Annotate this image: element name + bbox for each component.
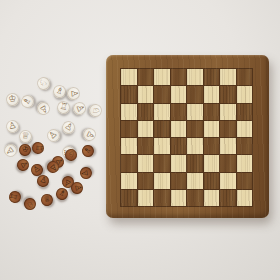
white-pawn-disc[interactable]: ♙ [1,141,19,159]
pawn-engraving-icon: ♙ [38,103,49,115]
brown-pawn-disc[interactable]: ♙ [79,166,93,180]
square-d1[interactable] [171,190,187,206]
pawn-engraving-icon: ♙ [48,162,59,173]
square-h5[interactable] [237,121,253,137]
pawn-engraving-icon: ♙ [18,160,29,170]
square-e8[interactable] [187,69,203,85]
square-c5[interactable] [154,121,170,137]
square-b4[interactable] [138,138,154,154]
square-f4[interactable] [204,138,220,154]
pawn-engraving-icon: ♙ [69,89,79,98]
pawn-engraving-icon: ♙ [73,184,82,192]
white-pawn-disc[interactable]: ♙ [80,125,97,142]
pawn-engraving-icon: ♙ [39,176,48,186]
queen-engraving-icon: ♕ [42,195,51,205]
square-g5[interactable] [220,121,236,137]
square-b5[interactable] [138,121,154,137]
square-f8[interactable] [204,69,220,85]
square-d4[interactable] [171,138,187,154]
brown-rook-disc[interactable]: ♖ [8,190,23,205]
square-c4[interactable] [154,138,170,154]
square-a6[interactable] [121,104,137,120]
brown-pawn-disc[interactable]: ♙ [15,157,31,173]
pawn-engraving-icon: ♙ [62,121,73,133]
square-b2[interactable] [138,173,154,189]
square-a2[interactable] [121,173,137,189]
square-g4[interactable] [220,138,236,154]
square-a7[interactable] [121,86,137,102]
square-g7[interactable] [220,86,236,102]
square-b6[interactable] [138,104,154,120]
square-c1[interactable] [154,190,170,206]
square-f2[interactable] [204,173,220,189]
square-h4[interactable] [237,138,253,154]
square-b1[interactable] [138,190,154,206]
pawn-engraving-icon: ♙ [31,164,41,175]
square-f6[interactable] [204,104,220,120]
square-g8[interactable] [220,69,236,85]
bishop-engraving-icon: ♗ [57,188,67,198]
white-queen-disc[interactable]: ♕ [18,129,32,143]
square-h1[interactable] [237,190,253,206]
white-pawn-disc[interactable]: ♙ [34,99,52,117]
square-f7[interactable] [204,86,220,102]
square-d5[interactable] [171,121,187,137]
square-a1[interactable] [121,190,137,206]
square-h3[interactable] [237,155,253,171]
pawn-engraving-icon: ♙ [4,144,16,156]
queen-engraving-icon: ♕ [21,131,30,141]
square-e1[interactable] [187,190,203,206]
brown-bishop-disc[interactable]: ♗ [80,143,97,160]
king-engraving-icon: ♔ [21,145,29,154]
square-g3[interactable] [220,155,236,171]
square-a4[interactable] [121,138,137,154]
square-e2[interactable] [187,173,203,189]
square-e6[interactable] [187,104,203,120]
square-h8[interactable] [237,69,253,85]
knight-engraving-icon: ♘ [90,105,100,115]
square-b3[interactable] [138,155,154,171]
square-d6[interactable] [171,104,187,120]
square-c7[interactable] [154,86,170,102]
brown-pawn-disc[interactable]: ♙ [70,181,84,195]
bishop-engraving-icon: ♗ [54,85,64,96]
square-a5[interactable] [121,121,137,137]
square-d2[interactable] [171,173,187,189]
photo-scene: ♘♗♙♔♗♖♙♙♘♙♙♙♕♙♙♖♖♔♗♘♙♙♙♙♙♙♙♙♗♖♕♘ [0,0,280,280]
square-h2[interactable] [237,173,253,189]
board-grid [120,68,253,207]
white-pawn-disc[interactable]: ♙ [66,86,80,100]
square-c6[interactable] [154,104,170,120]
brown-king-disc[interactable]: ♔ [18,143,32,157]
square-b8[interactable] [138,69,154,85]
square-d8[interactable] [171,69,187,85]
square-e3[interactable] [187,155,203,171]
square-c2[interactable] [154,173,170,189]
square-d3[interactable] [171,155,187,171]
chess-board [106,55,269,218]
white-king-disc[interactable]: ♔ [5,92,20,107]
king-engraving-icon: ♔ [7,93,16,103]
square-c3[interactable] [154,155,170,171]
bishop-engraving-icon: ♗ [82,145,93,155]
brown-rook-disc[interactable]: ♖ [31,141,44,154]
white-bishop-disc[interactable]: ♗ [51,83,67,99]
square-g6[interactable] [220,104,236,120]
brown-pawn-disc[interactable]: ♙ [36,174,51,189]
brown-queen-disc[interactable]: ♕ [39,192,54,207]
pawn-engraving-icon: ♙ [84,129,96,140]
square-c8[interactable] [154,69,170,85]
knight-engraving-icon: ♘ [26,200,34,209]
pawn-engraving-icon: ♙ [47,129,59,141]
knight-engraving-icon: ♘ [66,149,77,160]
pawn-engraving-icon: ♙ [74,102,85,113]
square-f3[interactable] [204,155,220,171]
white-pawn-disc[interactable]: ♙ [59,118,77,136]
white-pawn-disc[interactable]: ♙ [4,118,19,133]
square-a8[interactable] [121,69,137,85]
pawn-engraving-icon: ♙ [81,169,90,177]
square-h7[interactable] [237,86,253,102]
square-h6[interactable] [237,104,253,120]
square-e5[interactable] [187,121,203,137]
knight-engraving-icon: ♘ [37,77,48,89]
square-f5[interactable] [204,121,220,137]
square-b7[interactable] [138,86,154,102]
square-a3[interactable] [121,155,137,171]
rook-engraving-icon: ♖ [58,101,68,111]
brown-knight-disc[interactable]: ♘ [23,197,37,211]
white-knight-disc[interactable]: ♘ [34,74,52,92]
rook-engraving-icon: ♖ [34,144,43,152]
white-pawn-disc[interactable]: ♙ [44,126,62,144]
square-d7[interactable] [171,86,187,102]
white-rook-disc[interactable]: ♖ [55,99,70,114]
square-g1[interactable] [220,190,236,206]
square-f1[interactable] [204,190,220,206]
square-e7[interactable] [187,86,203,102]
square-e4[interactable] [187,138,203,154]
white-knight-disc[interactable]: ♘ [87,102,102,117]
white-bishop-disc[interactable]: ♗ [18,92,36,110]
white-pawn-disc[interactable]: ♙ [71,100,88,117]
square-g2[interactable] [220,173,236,189]
bishop-engraving-icon: ♗ [21,95,33,106]
rook-engraving-icon: ♖ [10,192,20,201]
pawn-engraving-icon: ♙ [7,120,17,130]
